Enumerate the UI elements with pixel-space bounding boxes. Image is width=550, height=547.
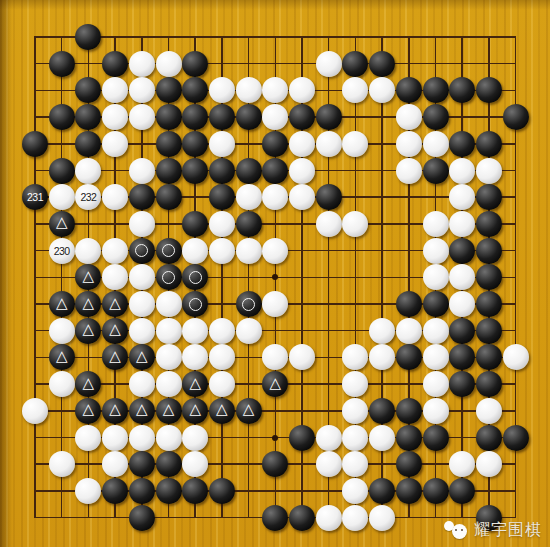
- white-stone[interactable]: [369, 318, 395, 344]
- black-stone[interactable]: [449, 77, 475, 103]
- white-stone[interactable]: [102, 425, 128, 451]
- black-stone[interactable]: [289, 425, 315, 451]
- triangle-mark: △: [109, 296, 121, 311]
- white-stone[interactable]: [476, 158, 502, 184]
- black-stone[interactable]: [423, 158, 449, 184]
- white-stone[interactable]: [369, 77, 395, 103]
- black-stone[interactable]: △: [75, 264, 101, 290]
- black-stone[interactable]: [209, 184, 235, 210]
- black-stone[interactable]: [476, 425, 502, 451]
- black-stone[interactable]: [449, 344, 475, 370]
- white-stone[interactable]: [342, 211, 368, 237]
- black-stone[interactable]: [449, 478, 475, 504]
- white-stone[interactable]: [102, 104, 128, 130]
- black-stone[interactable]: △: [102, 318, 128, 344]
- white-stone[interactable]: [209, 344, 235, 370]
- black-stone[interactable]: [75, 131, 101, 157]
- white-stone[interactable]: [449, 264, 475, 290]
- white-stone[interactable]: [129, 291, 155, 317]
- white-stone[interactable]: [156, 371, 182, 397]
- black-stone[interactable]: [262, 451, 288, 477]
- black-stone[interactable]: △: [49, 291, 75, 317]
- white-stone[interactable]: [182, 318, 208, 344]
- black-stone[interactable]: [369, 478, 395, 504]
- black-stone[interactable]: [289, 104, 315, 130]
- black-stone[interactable]: [102, 51, 128, 77]
- black-stone[interactable]: △: [236, 398, 262, 424]
- black-stone[interactable]: [289, 505, 315, 531]
- white-stone[interactable]: [236, 77, 262, 103]
- black-stone[interactable]: [369, 398, 395, 424]
- white-stone[interactable]: [342, 425, 368, 451]
- black-stone[interactable]: △: [129, 398, 155, 424]
- white-stone[interactable]: [49, 451, 75, 477]
- black-stone[interactable]: [182, 211, 208, 237]
- white-stone[interactable]: [209, 211, 235, 237]
- white-stone[interactable]: [289, 131, 315, 157]
- white-stone[interactable]: [209, 371, 235, 397]
- white-stone[interactable]: [316, 211, 342, 237]
- black-stone[interactable]: [129, 478, 155, 504]
- black-stone[interactable]: △: [182, 398, 208, 424]
- chat-bubbles-logo-icon: [444, 519, 470, 541]
- black-stone[interactable]: △: [75, 398, 101, 424]
- white-stone[interactable]: [129, 425, 155, 451]
- white-stone[interactable]: [342, 505, 368, 531]
- white-stone[interactable]: [262, 238, 288, 264]
- white-stone[interactable]: [102, 77, 128, 103]
- black-stone[interactable]: [209, 158, 235, 184]
- black-stone[interactable]: [396, 344, 422, 370]
- white-stone[interactable]: [423, 238, 449, 264]
- black-stone[interactable]: [182, 264, 208, 290]
- white-stone[interactable]: [289, 344, 315, 370]
- triangle-mark: △: [56, 349, 68, 364]
- black-stone[interactable]: [102, 478, 128, 504]
- white-stone[interactable]: [316, 451, 342, 477]
- white-stone[interactable]: [503, 344, 529, 370]
- black-stone[interactable]: [156, 104, 182, 130]
- white-stone[interactable]: [289, 77, 315, 103]
- white-stone[interactable]: [236, 184, 262, 210]
- white-stone[interactable]: [316, 131, 342, 157]
- black-stone[interactable]: △: [129, 344, 155, 370]
- black-stone[interactable]: [209, 104, 235, 130]
- black-stone[interactable]: [449, 318, 475, 344]
- white-stone[interactable]: [129, 264, 155, 290]
- black-stone[interactable]: △: [262, 371, 288, 397]
- black-stone[interactable]: [182, 158, 208, 184]
- white-stone[interactable]: [209, 77, 235, 103]
- white-stone[interactable]: [156, 291, 182, 317]
- black-stone[interactable]: [156, 478, 182, 504]
- white-stone[interactable]: [342, 371, 368, 397]
- white-stone[interactable]: [129, 318, 155, 344]
- white-stone[interactable]: [342, 77, 368, 103]
- black-stone[interactable]: [476, 211, 502, 237]
- black-stone[interactable]: 231: [22, 184, 48, 210]
- black-stone[interactable]: △: [102, 291, 128, 317]
- white-stone[interactable]: [449, 291, 475, 317]
- black-stone[interactable]: [156, 451, 182, 477]
- black-stone[interactable]: [503, 104, 529, 130]
- triangle-mark: △: [109, 402, 121, 417]
- white-stone[interactable]: [49, 184, 75, 210]
- white-stone[interactable]: [342, 451, 368, 477]
- circle-mark: [242, 298, 255, 311]
- triangle-mark: △: [189, 402, 201, 417]
- white-stone[interactable]: [75, 158, 101, 184]
- black-stone[interactable]: [396, 398, 422, 424]
- move-number-label: 231: [27, 191, 43, 203]
- white-stone[interactable]: [316, 51, 342, 77]
- triangle-mark: △: [83, 296, 95, 311]
- black-stone[interactable]: △: [102, 344, 128, 370]
- black-stone[interactable]: [476, 131, 502, 157]
- black-stone[interactable]: [262, 158, 288, 184]
- triangle-mark: △: [83, 376, 95, 391]
- white-stone[interactable]: [75, 238, 101, 264]
- white-stone[interactable]: [423, 264, 449, 290]
- black-stone[interactable]: [262, 505, 288, 531]
- white-stone[interactable]: [156, 318, 182, 344]
- white-stone[interactable]: [102, 451, 128, 477]
- black-stone[interactable]: △: [156, 398, 182, 424]
- black-stone[interactable]: [75, 104, 101, 130]
- black-stone[interactable]: [236, 211, 262, 237]
- white-stone[interactable]: [156, 344, 182, 370]
- black-stone[interactable]: [476, 344, 502, 370]
- white-stone[interactable]: [102, 238, 128, 264]
- black-stone[interactable]: [423, 291, 449, 317]
- white-stone[interactable]: [423, 398, 449, 424]
- triangle-mark: △: [83, 269, 95, 284]
- black-stone[interactable]: [476, 77, 502, 103]
- go-board-screenshot: 231232△230△△△△△△△△△△△△△△△△△△△ 耀宇围棋: [0, 0, 550, 547]
- white-stone[interactable]: [209, 318, 235, 344]
- black-stone[interactable]: [396, 77, 422, 103]
- white-stone[interactable]: [396, 158, 422, 184]
- black-stone[interactable]: [449, 371, 475, 397]
- white-stone[interactable]: [423, 211, 449, 237]
- triangle-mark: △: [270, 376, 282, 391]
- black-stone[interactable]: [476, 318, 502, 344]
- white-stone[interactable]: [342, 344, 368, 370]
- star-point: [272, 435, 278, 441]
- triangle-mark: △: [243, 402, 255, 417]
- white-stone[interactable]: [49, 371, 75, 397]
- black-stone[interactable]: [49, 104, 75, 130]
- black-stone[interactable]: [129, 505, 155, 531]
- triangle-mark: △: [136, 402, 148, 417]
- white-stone[interactable]: [396, 131, 422, 157]
- black-stone[interactable]: [396, 451, 422, 477]
- white-stone[interactable]: [129, 104, 155, 130]
- white-stone[interactable]: [449, 158, 475, 184]
- black-stone[interactable]: △: [182, 371, 208, 397]
- white-stone[interactable]: [342, 131, 368, 157]
- triangle-mark: △: [109, 349, 121, 364]
- triangle-mark: △: [56, 296, 68, 311]
- white-stone[interactable]: [289, 184, 315, 210]
- black-stone[interactable]: [316, 184, 342, 210]
- black-stone[interactable]: [129, 238, 155, 264]
- black-stone[interactable]: [423, 104, 449, 130]
- black-stone[interactable]: [156, 77, 182, 103]
- white-stone[interactable]: [262, 104, 288, 130]
- black-stone[interactable]: △: [209, 398, 235, 424]
- white-stone[interactable]: [102, 264, 128, 290]
- black-stone[interactable]: [396, 291, 422, 317]
- white-stone[interactable]: [49, 318, 75, 344]
- white-stone[interactable]: [476, 398, 502, 424]
- circle-mark: [189, 271, 202, 284]
- black-stone[interactable]: [476, 184, 502, 210]
- white-stone[interactable]: [423, 371, 449, 397]
- white-stone[interactable]: [423, 131, 449, 157]
- black-stone[interactable]: [236, 291, 262, 317]
- watermark-text: 耀宇围棋: [474, 520, 542, 541]
- go-board[interactable]: 231232△230△△△△△△△△△△△△△△△△△△△: [0, 0, 550, 547]
- white-stone[interactable]: [102, 131, 128, 157]
- watermark: 耀宇围棋: [444, 519, 542, 541]
- white-stone[interactable]: [129, 158, 155, 184]
- black-stone[interactable]: [75, 77, 101, 103]
- black-stone[interactable]: △: [75, 318, 101, 344]
- white-stone[interactable]: 230: [49, 238, 75, 264]
- black-stone[interactable]: [476, 291, 502, 317]
- triangle-mark: △: [56, 215, 68, 230]
- white-stone[interactable]: [129, 77, 155, 103]
- white-stone[interactable]: [102, 184, 128, 210]
- circle-mark: [162, 271, 175, 284]
- white-stone[interactable]: [423, 318, 449, 344]
- black-stone[interactable]: [182, 104, 208, 130]
- triangle-mark: △: [216, 402, 228, 417]
- white-stone[interactable]: [369, 344, 395, 370]
- white-stone[interactable]: [75, 425, 101, 451]
- black-stone[interactable]: [49, 51, 75, 77]
- white-stone[interactable]: [262, 77, 288, 103]
- triangle-mark: △: [83, 402, 95, 417]
- black-stone[interactable]: [476, 264, 502, 290]
- white-stone[interactable]: [182, 344, 208, 370]
- black-stone[interactable]: [182, 51, 208, 77]
- white-stone[interactable]: [396, 104, 422, 130]
- white-stone[interactable]: [316, 505, 342, 531]
- black-stone[interactable]: △: [75, 291, 101, 317]
- white-stone[interactable]: [129, 371, 155, 397]
- black-stone[interactable]: [156, 158, 182, 184]
- white-stone[interactable]: [262, 184, 288, 210]
- triangle-mark: △: [109, 322, 121, 337]
- black-stone[interactable]: [262, 131, 288, 157]
- black-stone[interactable]: [342, 51, 368, 77]
- white-stone[interactable]: [369, 505, 395, 531]
- black-stone[interactable]: [503, 425, 529, 451]
- black-stone[interactable]: [156, 184, 182, 210]
- black-stone[interactable]: [449, 131, 475, 157]
- black-stone[interactable]: [476, 238, 502, 264]
- black-stone[interactable]: [22, 131, 48, 157]
- white-stone[interactable]: [209, 131, 235, 157]
- white-stone[interactable]: [236, 318, 262, 344]
- black-stone[interactable]: △: [102, 398, 128, 424]
- black-stone[interactable]: [236, 158, 262, 184]
- black-stone[interactable]: [182, 77, 208, 103]
- white-stone[interactable]: 232: [75, 184, 101, 210]
- white-stone[interactable]: [182, 238, 208, 264]
- white-stone[interactable]: [209, 238, 235, 264]
- white-stone[interactable]: [236, 238, 262, 264]
- white-stone[interactable]: [342, 398, 368, 424]
- white-stone[interactable]: [129, 51, 155, 77]
- white-stone[interactable]: [129, 211, 155, 237]
- white-stone[interactable]: [156, 51, 182, 77]
- black-stone[interactable]: △: [49, 211, 75, 237]
- white-stone[interactable]: [75, 478, 101, 504]
- white-stone[interactable]: [262, 291, 288, 317]
- white-stone[interactable]: [449, 184, 475, 210]
- white-stone[interactable]: [476, 451, 502, 477]
- circle-mark: [162, 244, 175, 257]
- black-stone[interactable]: [209, 478, 235, 504]
- black-stone[interactable]: [423, 478, 449, 504]
- black-stone[interactable]: △: [49, 344, 75, 370]
- black-stone[interactable]: [182, 478, 208, 504]
- circle-mark: [189, 298, 202, 311]
- black-stone[interactable]: [449, 238, 475, 264]
- move-number-label: 232: [80, 191, 96, 203]
- black-stone[interactable]: [49, 158, 75, 184]
- white-stone[interactable]: [289, 158, 315, 184]
- white-stone[interactable]: [156, 425, 182, 451]
- star-point: [272, 274, 278, 280]
- black-stone[interactable]: [236, 104, 262, 130]
- black-stone[interactable]: [182, 131, 208, 157]
- triangle-mark: △: [189, 376, 201, 391]
- white-stone[interactable]: [369, 425, 395, 451]
- white-stone[interactable]: [22, 398, 48, 424]
- white-stone[interactable]: [423, 344, 449, 370]
- black-stone[interactable]: [476, 371, 502, 397]
- black-stone[interactable]: [369, 51, 395, 77]
- black-stone[interactable]: △: [75, 371, 101, 397]
- white-stone[interactable]: [182, 425, 208, 451]
- black-stone[interactable]: [423, 425, 449, 451]
- black-stone[interactable]: [129, 451, 155, 477]
- move-number-label: 230: [54, 245, 70, 257]
- white-stone[interactable]: [262, 344, 288, 370]
- black-stone[interactable]: [182, 291, 208, 317]
- black-stone[interactable]: [396, 478, 422, 504]
- white-stone[interactable]: [182, 451, 208, 477]
- black-stone[interactable]: [156, 131, 182, 157]
- white-stone[interactable]: [396, 318, 422, 344]
- black-stone[interactable]: [129, 184, 155, 210]
- triangle-mark: △: [163, 402, 175, 417]
- triangle-mark: △: [136, 349, 148, 364]
- triangle-mark: △: [83, 322, 95, 337]
- black-stone[interactable]: [75, 24, 101, 50]
- white-stone[interactable]: [449, 211, 475, 237]
- black-stone[interactable]: [156, 264, 182, 290]
- white-stone[interactable]: [449, 451, 475, 477]
- circle-mark: [135, 244, 148, 257]
- black-stone[interactable]: [316, 104, 342, 130]
- black-stone[interactable]: [396, 425, 422, 451]
- white-stone[interactable]: [316, 425, 342, 451]
- white-stone[interactable]: [342, 478, 368, 504]
- black-stone[interactable]: [423, 77, 449, 103]
- black-stone[interactable]: [156, 238, 182, 264]
